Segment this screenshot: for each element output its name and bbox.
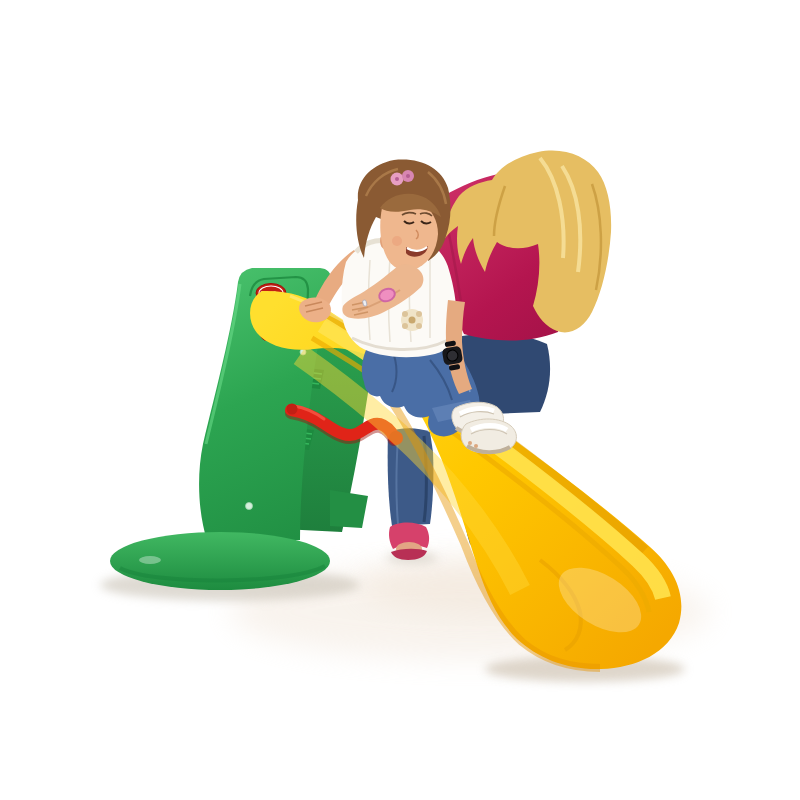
product-photo-svg: little tikes — [0, 0, 800, 800]
base-glint — [139, 556, 161, 564]
girl-blush — [392, 236, 402, 246]
flower-petal — [416, 311, 422, 317]
ladder-rear-foot — [330, 490, 368, 528]
flower-petal — [402, 311, 408, 317]
product-photo: little tikes — [0, 0, 800, 800]
flower-petal — [402, 323, 408, 329]
toe-hint — [474, 444, 478, 448]
clip-center — [395, 177, 399, 181]
flower-petal — [416, 323, 422, 329]
flower-center — [409, 317, 416, 324]
rivet — [246, 503, 253, 510]
clip-center-2 — [406, 174, 410, 178]
toe-hint — [468, 441, 472, 445]
strap-anchor — [287, 404, 298, 415]
